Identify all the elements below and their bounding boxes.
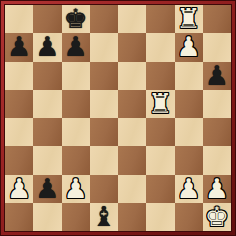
square-b3[interactable] <box>33 146 61 174</box>
black-pawn-a7[interactable]: ♟ <box>7 33 31 61</box>
square-g7[interactable]: ♟ <box>175 33 203 61</box>
white-pawn-c2[interactable]: ♟ <box>64 175 88 203</box>
square-a6[interactable] <box>5 62 33 90</box>
square-c6[interactable] <box>62 62 90 90</box>
square-e8[interactable] <box>118 5 146 33</box>
board-frame: ♚♜♟♟♟♟♟♜♟♟♟♟♟♝♚ <box>0 0 236 236</box>
black-pawn-h6[interactable]: ♟ <box>205 62 229 90</box>
square-d1[interactable]: ♝ <box>90 203 118 231</box>
square-e3[interactable] <box>118 146 146 174</box>
square-f8[interactable] <box>146 5 174 33</box>
black-bishop-d1[interactable]: ♝ <box>92 203 116 231</box>
square-h5[interactable] <box>203 90 231 118</box>
square-a3[interactable] <box>5 146 33 174</box>
white-rook-g8[interactable]: ♜ <box>177 5 201 33</box>
white-pawn-h2[interactable]: ♟ <box>205 175 229 203</box>
white-king-h1[interactable]: ♚ <box>205 203 229 231</box>
square-c4[interactable] <box>62 118 90 146</box>
square-b1[interactable] <box>33 203 61 231</box>
square-a4[interactable] <box>5 118 33 146</box>
square-h8[interactable] <box>203 5 231 33</box>
square-c3[interactable] <box>62 146 90 174</box>
square-a2[interactable]: ♟ <box>5 175 33 203</box>
square-f3[interactable] <box>146 146 174 174</box>
square-d7[interactable] <box>90 33 118 61</box>
white-rook-f5[interactable]: ♜ <box>148 90 172 118</box>
black-king-c8[interactable]: ♚ <box>64 5 88 33</box>
square-h7[interactable] <box>203 33 231 61</box>
square-c5[interactable] <box>62 90 90 118</box>
square-g1[interactable] <box>175 203 203 231</box>
square-h2[interactable]: ♟ <box>203 175 231 203</box>
square-e7[interactable] <box>118 33 146 61</box>
square-b4[interactable] <box>33 118 61 146</box>
square-b2[interactable]: ♟ <box>33 175 61 203</box>
square-c2[interactable]: ♟ <box>62 175 90 203</box>
square-b8[interactable] <box>33 5 61 33</box>
square-b5[interactable] <box>33 90 61 118</box>
chess-board: ♚♜♟♟♟♟♟♜♟♟♟♟♟♝♚ <box>5 5 231 231</box>
square-f4[interactable] <box>146 118 174 146</box>
square-b7[interactable]: ♟ <box>33 33 61 61</box>
square-f2[interactable] <box>146 175 174 203</box>
square-d8[interactable] <box>90 5 118 33</box>
square-g8[interactable]: ♜ <box>175 5 203 33</box>
square-d4[interactable] <box>90 118 118 146</box>
square-d6[interactable] <box>90 62 118 90</box>
square-a7[interactable]: ♟ <box>5 33 33 61</box>
square-e1[interactable] <box>118 203 146 231</box>
square-f7[interactable] <box>146 33 174 61</box>
square-h6[interactable]: ♟ <box>203 62 231 90</box>
square-a5[interactable] <box>5 90 33 118</box>
square-h3[interactable] <box>203 146 231 174</box>
square-c7[interactable]: ♟ <box>62 33 90 61</box>
square-f1[interactable] <box>146 203 174 231</box>
square-e5[interactable] <box>118 90 146 118</box>
square-a1[interactable] <box>5 203 33 231</box>
square-h1[interactable]: ♚ <box>203 203 231 231</box>
square-d3[interactable] <box>90 146 118 174</box>
square-b6[interactable] <box>33 62 61 90</box>
square-f6[interactable] <box>146 62 174 90</box>
black-pawn-c7[interactable]: ♟ <box>64 33 88 61</box>
square-d2[interactable] <box>90 175 118 203</box>
square-d5[interactable] <box>90 90 118 118</box>
white-pawn-g2[interactable]: ♟ <box>177 175 201 203</box>
square-e4[interactable] <box>118 118 146 146</box>
square-g3[interactable] <box>175 146 203 174</box>
square-g5[interactable] <box>175 90 203 118</box>
square-f5[interactable]: ♜ <box>146 90 174 118</box>
square-c8[interactable]: ♚ <box>62 5 90 33</box>
square-g4[interactable] <box>175 118 203 146</box>
square-c1[interactable] <box>62 203 90 231</box>
square-h4[interactable] <box>203 118 231 146</box>
white-pawn-g7[interactable]: ♟ <box>177 33 201 61</box>
black-pawn-b2[interactable]: ♟ <box>35 175 59 203</box>
black-pawn-b7[interactable]: ♟ <box>35 33 59 61</box>
square-g6[interactable] <box>175 62 203 90</box>
square-g2[interactable]: ♟ <box>175 175 203 203</box>
square-e6[interactable] <box>118 62 146 90</box>
square-a8[interactable] <box>5 5 33 33</box>
square-e2[interactable] <box>118 175 146 203</box>
white-pawn-a2[interactable]: ♟ <box>7 175 31 203</box>
